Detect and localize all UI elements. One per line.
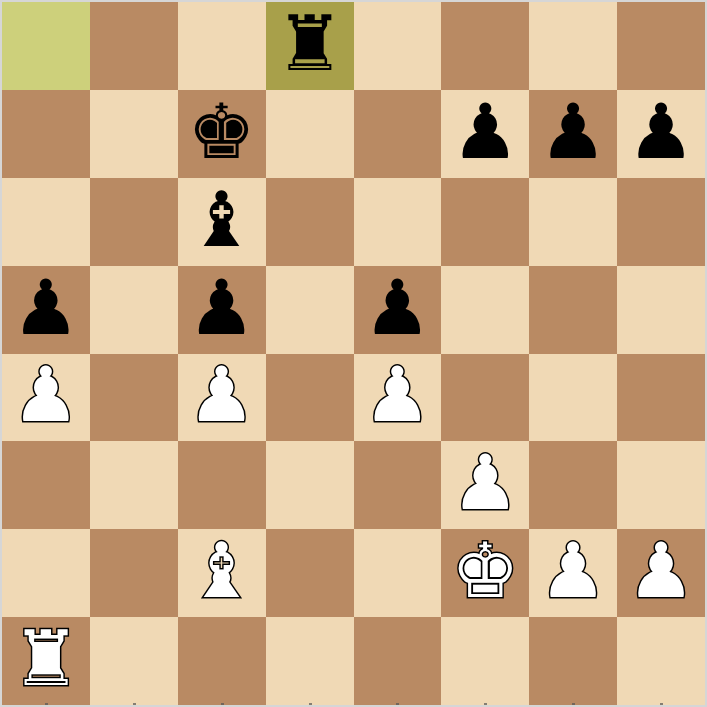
square-d1[interactable] xyxy=(266,617,354,705)
square-b5[interactable] xyxy=(90,266,178,354)
square-b3[interactable] xyxy=(90,441,178,529)
square-h5[interactable] xyxy=(617,266,705,354)
square-e4[interactable]: ♟ xyxy=(354,354,442,442)
square-c2[interactable]: ♝ xyxy=(178,529,266,617)
square-h7[interactable]: ♟ xyxy=(617,90,705,178)
black-pawn-h7[interactable]: ♟ xyxy=(627,94,695,170)
square-b2[interactable] xyxy=(90,529,178,617)
square-e5[interactable]: ♟ xyxy=(354,266,442,354)
square-g3[interactable] xyxy=(529,441,617,529)
white-pawn-h2[interactable]: ♟ xyxy=(627,533,695,609)
square-f7[interactable]: ♟ xyxy=(441,90,529,178)
square-f3[interactable]: ♟ xyxy=(441,441,529,529)
black-pawn-e5[interactable]: ♟ xyxy=(363,270,431,346)
black-rook-d8[interactable]: ♜ xyxy=(275,6,343,82)
square-c4[interactable]: ♟ xyxy=(178,354,266,442)
square-b8[interactable] xyxy=(90,2,178,90)
square-h8[interactable] xyxy=(617,2,705,90)
square-e8[interactable] xyxy=(354,2,442,90)
board-grid: ♜♚♟♟♟♝♟♟♟♟♟♟♟♝♚♟♟♜ xyxy=(2,2,705,705)
square-a3[interactable] xyxy=(2,441,90,529)
square-b7[interactable] xyxy=(90,90,178,178)
square-a7[interactable] xyxy=(2,90,90,178)
square-b1[interactable] xyxy=(90,617,178,705)
square-c6[interactable]: ♝ xyxy=(178,178,266,266)
white-rook-a1[interactable]: ♜ xyxy=(12,621,80,697)
square-g5[interactable] xyxy=(529,266,617,354)
square-d5[interactable] xyxy=(266,266,354,354)
square-b6[interactable] xyxy=(90,178,178,266)
square-a5[interactable]: ♟ xyxy=(2,266,90,354)
square-d7[interactable] xyxy=(266,90,354,178)
square-d8[interactable]: ♜ xyxy=(266,2,354,90)
square-f4[interactable] xyxy=(441,354,529,442)
square-g7[interactable]: ♟ xyxy=(529,90,617,178)
square-g2[interactable]: ♟ xyxy=(529,529,617,617)
square-g6[interactable] xyxy=(529,178,617,266)
square-d6[interactable] xyxy=(266,178,354,266)
square-g1[interactable] xyxy=(529,617,617,705)
square-d4[interactable] xyxy=(266,354,354,442)
square-e2[interactable] xyxy=(354,529,442,617)
square-e1[interactable] xyxy=(354,617,442,705)
square-a1[interactable]: ♜ xyxy=(2,617,90,705)
black-king-c7[interactable]: ♚ xyxy=(188,94,256,170)
square-f8[interactable] xyxy=(441,2,529,90)
square-b4[interactable] xyxy=(90,354,178,442)
square-c1[interactable] xyxy=(178,617,266,705)
square-f1[interactable] xyxy=(441,617,529,705)
square-a2[interactable] xyxy=(2,529,90,617)
square-g4[interactable] xyxy=(529,354,617,442)
white-king-f2[interactable]: ♚ xyxy=(451,533,519,609)
black-pawn-f7[interactable]: ♟ xyxy=(451,94,519,170)
white-pawn-a4[interactable]: ♟ xyxy=(12,357,80,433)
white-pawn-c4[interactable]: ♟ xyxy=(188,357,256,433)
square-d3[interactable] xyxy=(266,441,354,529)
square-g8[interactable] xyxy=(529,2,617,90)
black-pawn-c5[interactable]: ♟ xyxy=(188,270,256,346)
square-a8[interactable] xyxy=(2,2,90,90)
white-pawn-f3[interactable]: ♟ xyxy=(451,445,519,521)
square-f6[interactable] xyxy=(441,178,529,266)
square-h2[interactable]: ♟ xyxy=(617,529,705,617)
square-c8[interactable] xyxy=(178,2,266,90)
square-c3[interactable] xyxy=(178,441,266,529)
square-h4[interactable] xyxy=(617,354,705,442)
square-c7[interactable]: ♚ xyxy=(178,90,266,178)
chess-board: ♜♚♟♟♟♝♟♟♟♟♟♟♟♝♚♟♟♜ xyxy=(0,0,707,707)
black-bishop-c6[interactable]: ♝ xyxy=(188,182,256,258)
square-c5[interactable]: ♟ xyxy=(178,266,266,354)
square-e3[interactable] xyxy=(354,441,442,529)
black-pawn-a5[interactable]: ♟ xyxy=(12,270,80,346)
black-pawn-g7[interactable]: ♟ xyxy=(539,94,607,170)
square-e6[interactable] xyxy=(354,178,442,266)
white-bishop-c2[interactable]: ♝ xyxy=(188,533,256,609)
square-f2[interactable]: ♚ xyxy=(441,529,529,617)
square-a6[interactable] xyxy=(2,178,90,266)
white-pawn-e4[interactable]: ♟ xyxy=(363,357,431,433)
square-a4[interactable]: ♟ xyxy=(2,354,90,442)
square-d2[interactable] xyxy=(266,529,354,617)
square-h1[interactable] xyxy=(617,617,705,705)
square-h3[interactable] xyxy=(617,441,705,529)
square-h6[interactable] xyxy=(617,178,705,266)
square-e7[interactable] xyxy=(354,90,442,178)
square-f5[interactable] xyxy=(441,266,529,354)
white-pawn-g2[interactable]: ♟ xyxy=(539,533,607,609)
